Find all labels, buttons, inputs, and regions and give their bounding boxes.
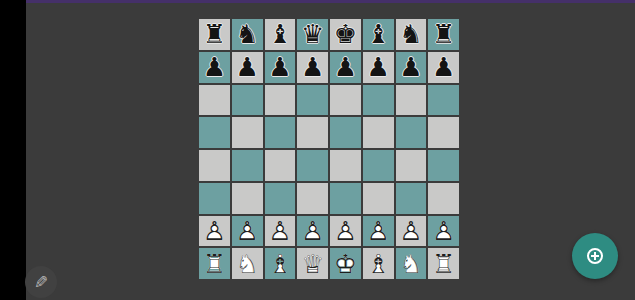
black-pawn[interactable]: ♟ <box>301 54 324 80</box>
square-e1[interactable]: ♚♔ <box>330 248 361 279</box>
white-knight[interactable]: ♞♘ <box>235 251 258 277</box>
square-g2[interactable]: ♟♙ <box>396 216 427 247</box>
black-pawn[interactable]: ♟ <box>334 54 357 80</box>
black-bishop[interactable]: ♝ <box>366 21 389 47</box>
square-f6[interactable] <box>363 85 394 116</box>
square-g5[interactable] <box>396 117 427 148</box>
square-e4[interactable] <box>330 150 361 181</box>
square-d6[interactable] <box>297 85 328 116</box>
square-c4[interactable] <box>265 150 296 181</box>
square-c3[interactable] <box>265 183 296 214</box>
black-queen[interactable]: ♛ <box>301 21 324 47</box>
square-c1[interactable]: ♝♗ <box>265 248 296 279</box>
square-d7[interactable]: ♟ <box>297 52 328 83</box>
square-d3[interactable] <box>297 183 328 214</box>
white-pawn[interactable]: ♟♙ <box>432 218 455 244</box>
circled-plus-icon <box>587 248 603 264</box>
square-c8[interactable]: ♝ <box>265 19 296 50</box>
square-h3[interactable] <box>428 183 459 214</box>
square-f8[interactable]: ♝ <box>363 19 394 50</box>
square-a1[interactable]: ♜♖ <box>199 248 230 279</box>
black-pawn[interactable]: ♟ <box>235 54 258 80</box>
white-pawn[interactable]: ♟♙ <box>268 218 291 244</box>
square-c7[interactable]: ♟ <box>265 52 296 83</box>
white-pawn[interactable]: ♟♙ <box>399 218 422 244</box>
black-rook[interactable]: ♜ <box>203 21 226 47</box>
black-knight[interactable]: ♞ <box>399 21 422 47</box>
square-f7[interactable]: ♟ <box>363 52 394 83</box>
square-a3[interactable] <box>199 183 230 214</box>
square-f1[interactable]: ♝♗ <box>363 248 394 279</box>
square-a6[interactable] <box>199 85 230 116</box>
square-a7[interactable]: ♟ <box>199 52 230 83</box>
square-g1[interactable]: ♞♘ <box>396 248 427 279</box>
white-bishop[interactable]: ♝♗ <box>268 251 291 277</box>
white-pawn[interactable]: ♟♙ <box>301 218 324 244</box>
white-pawn[interactable]: ♟♙ <box>235 218 258 244</box>
black-bishop[interactable]: ♝ <box>268 21 291 47</box>
square-f2[interactable]: ♟♙ <box>363 216 394 247</box>
add-button[interactable] <box>572 233 618 279</box>
square-c6[interactable] <box>265 85 296 116</box>
white-queen[interactable]: ♛♕ <box>301 251 324 277</box>
square-h6[interactable] <box>428 85 459 116</box>
pencil-icon: ✎ <box>34 274 48 291</box>
square-h7[interactable]: ♟ <box>428 52 459 83</box>
square-d4[interactable] <box>297 150 328 181</box>
black-king[interactable]: ♚ <box>334 21 357 47</box>
black-knight[interactable]: ♞ <box>235 21 258 47</box>
square-a8[interactable]: ♜ <box>199 19 230 50</box>
square-g8[interactable]: ♞ <box>396 19 427 50</box>
square-b5[interactable] <box>232 117 263 148</box>
square-g6[interactable] <box>396 85 427 116</box>
white-rook[interactable]: ♜♖ <box>203 251 226 277</box>
white-king[interactable]: ♚♔ <box>334 251 357 277</box>
square-d2[interactable]: ♟♙ <box>297 216 328 247</box>
square-b8[interactable]: ♞ <box>232 19 263 50</box>
black-rook[interactable]: ♜ <box>432 21 455 47</box>
square-b2[interactable]: ♟♙ <box>232 216 263 247</box>
square-e7[interactable]: ♟ <box>330 52 361 83</box>
square-g4[interactable] <box>396 150 427 181</box>
square-h5[interactable] <box>428 117 459 148</box>
square-f4[interactable] <box>363 150 394 181</box>
square-b7[interactable]: ♟ <box>232 52 263 83</box>
square-h2[interactable]: ♟♙ <box>428 216 459 247</box>
square-b6[interactable] <box>232 85 263 116</box>
black-pawn[interactable]: ♟ <box>268 54 291 80</box>
square-g7[interactable]: ♟ <box>396 52 427 83</box>
white-pawn[interactable]: ♟♙ <box>203 218 226 244</box>
square-e3[interactable] <box>330 183 361 214</box>
square-f5[interactable] <box>363 117 394 148</box>
square-e8[interactable]: ♚ <box>330 19 361 50</box>
pencil-tool-button[interactable]: ✎ <box>25 266 57 298</box>
status-bar <box>26 0 635 3</box>
square-f3[interactable] <box>363 183 394 214</box>
square-d8[interactable]: ♛ <box>297 19 328 50</box>
square-e5[interactable] <box>330 117 361 148</box>
square-g3[interactable] <box>396 183 427 214</box>
left-letterbox-strip <box>0 0 26 300</box>
square-e2[interactable]: ♟♙ <box>330 216 361 247</box>
square-c2[interactable]: ♟♙ <box>265 216 296 247</box>
white-bishop[interactable]: ♝♗ <box>366 251 389 277</box>
square-b4[interactable] <box>232 150 263 181</box>
square-a5[interactable] <box>199 117 230 148</box>
square-a2[interactable]: ♟♙ <box>199 216 230 247</box>
square-b1[interactable]: ♞♘ <box>232 248 263 279</box>
square-h8[interactable]: ♜ <box>428 19 459 50</box>
square-a4[interactable] <box>199 150 230 181</box>
square-h1[interactable]: ♜♖ <box>428 248 459 279</box>
square-c5[interactable] <box>265 117 296 148</box>
square-h4[interactable] <box>428 150 459 181</box>
chess-board[interactable]: ♜♞♝♛♚♝♞♜♟♟♟♟♟♟♟♟♟♙♟♙♟♙♟♙♟♙♟♙♟♙♟♙♜♖♞♘♝♗♛♕… <box>199 19 459 279</box>
square-d1[interactable]: ♛♕ <box>297 248 328 279</box>
white-rook[interactable]: ♜♖ <box>432 251 455 277</box>
white-pawn[interactable]: ♟♙ <box>366 218 389 244</box>
black-pawn[interactable]: ♟ <box>432 54 455 80</box>
black-pawn[interactable]: ♟ <box>203 54 226 80</box>
white-pawn[interactable]: ♟♙ <box>334 218 357 244</box>
black-pawn[interactable]: ♟ <box>399 54 422 80</box>
white-knight[interactable]: ♞♘ <box>399 251 422 277</box>
black-pawn[interactable]: ♟ <box>366 54 389 80</box>
square-b3[interactable] <box>232 183 263 214</box>
square-d5[interactable] <box>297 117 328 148</box>
square-e6[interactable] <box>330 85 361 116</box>
